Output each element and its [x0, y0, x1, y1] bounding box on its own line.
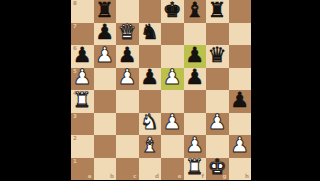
square-e6[interactable]: [161, 45, 184, 68]
square-a3[interactable]: 3: [71, 113, 94, 136]
coord-rank-3: 3: [73, 114, 77, 120]
square-g7[interactable]: [206, 23, 229, 46]
square-b2[interactable]: [94, 135, 117, 158]
white-knight-d3[interactable]: ♞: [140, 112, 159, 133]
chess-board: 8♜♚♝♜7♟♛♞6♟♟♟♟♛5♟♟♟♟♟4♜♟3♞♟♟2♝♟♟1abcdef♜…: [71, 0, 251, 180]
black-king-e8[interactable]: ♚: [163, 0, 182, 21]
square-f4[interactable]: [184, 90, 207, 113]
square-g5[interactable]: [206, 68, 229, 91]
square-f8[interactable]: ♝: [184, 0, 207, 23]
square-h4[interactable]: ♟: [229, 90, 252, 113]
black-queen-g6[interactable]: ♛: [208, 45, 227, 66]
square-c7[interactable]: ♛: [116, 23, 139, 46]
white-queen-c7[interactable]: ♛: [118, 22, 137, 43]
coord-file-e: e: [178, 174, 182, 180]
coord-rank-1: 1: [73, 159, 77, 165]
coord-rank-2: 2: [73, 136, 77, 142]
black-pawn-c6[interactable]: ♟: [118, 45, 137, 66]
white-pawn-f2[interactable]: ♟: [185, 135, 204, 156]
coord-file-a: a: [88, 174, 92, 180]
square-c1[interactable]: c: [116, 158, 139, 181]
square-d2[interactable]: ♝: [139, 135, 162, 158]
square-g1[interactable]: g♚: [206, 158, 229, 181]
coord-rank-7: 7: [73, 24, 77, 30]
square-g2[interactable]: [206, 135, 229, 158]
square-c6[interactable]: ♟: [116, 45, 139, 68]
video-frame: 8♜♚♝♜7♟♛♞6♟♟♟♟♛5♟♟♟♟♟4♜♟3♞♟♟2♝♟♟1abcdef♜…: [0, 0, 320, 180]
square-a2[interactable]: 2: [71, 135, 94, 158]
white-pawn-a5[interactable]: ♟: [73, 67, 92, 88]
square-f6[interactable]: ♟: [184, 45, 207, 68]
coord-file-b: b: [110, 174, 114, 180]
black-pawn-h4[interactable]: ♟: [230, 90, 249, 111]
square-h6[interactable]: [229, 45, 252, 68]
square-a5[interactable]: 5♟: [71, 68, 94, 91]
black-rook-b8[interactable]: ♜: [95, 0, 114, 21]
square-g6[interactable]: ♛: [206, 45, 229, 68]
square-e5[interactable]: ♟: [161, 68, 184, 91]
square-h5[interactable]: [229, 68, 252, 91]
square-b3[interactable]: [94, 113, 117, 136]
square-b1[interactable]: b: [94, 158, 117, 181]
square-b6[interactable]: ♟: [94, 45, 117, 68]
white-pawn-b6[interactable]: ♟: [95, 45, 114, 66]
square-e1[interactable]: e: [161, 158, 184, 181]
white-rook-f1[interactable]: ♜: [185, 157, 204, 178]
coord-rank-8: 8: [73, 1, 77, 7]
square-g8[interactable]: ♜: [206, 0, 229, 23]
square-a8[interactable]: 8: [71, 0, 94, 23]
black-knight-d7[interactable]: ♞: [140, 22, 159, 43]
square-b5[interactable]: [94, 68, 117, 91]
white-king-g1[interactable]: ♚: [208, 157, 227, 178]
square-c4[interactable]: [116, 90, 139, 113]
square-c2[interactable]: [116, 135, 139, 158]
square-f3[interactable]: [184, 113, 207, 136]
square-d8[interactable]: [139, 0, 162, 23]
square-a1[interactable]: 1a: [71, 158, 94, 181]
coord-file-c: c: [133, 174, 136, 180]
white-bishop-d2[interactable]: ♝: [140, 135, 159, 156]
square-e4[interactable]: [161, 90, 184, 113]
square-e8[interactable]: ♚: [161, 0, 184, 23]
square-f1[interactable]: f♜: [184, 158, 207, 181]
square-h8[interactable]: [229, 0, 252, 23]
square-g3[interactable]: ♟: [206, 113, 229, 136]
square-b4[interactable]: [94, 90, 117, 113]
square-d3[interactable]: ♞: [139, 113, 162, 136]
letterbox-right: [251, 0, 320, 180]
square-h2[interactable]: ♟: [229, 135, 252, 158]
square-b8[interactable]: ♜: [94, 0, 117, 23]
square-f2[interactable]: ♟: [184, 135, 207, 158]
square-c5[interactable]: ♟: [116, 68, 139, 91]
square-a6[interactable]: 6♟: [71, 45, 94, 68]
square-b7[interactable]: ♟: [94, 23, 117, 46]
letterbox-left: [0, 0, 71, 180]
black-pawn-b7[interactable]: ♟: [95, 22, 114, 43]
white-pawn-e5[interactable]: ♟: [163, 67, 182, 88]
square-e2[interactable]: [161, 135, 184, 158]
square-a7[interactable]: 7: [71, 23, 94, 46]
white-rook-a4[interactable]: ♜: [73, 90, 92, 111]
square-a4[interactable]: 4♜: [71, 90, 94, 113]
square-f5[interactable]: ♟: [184, 68, 207, 91]
square-e7[interactable]: [161, 23, 184, 46]
square-d7[interactable]: ♞: [139, 23, 162, 46]
white-pawn-e3[interactable]: ♟: [163, 112, 182, 133]
square-f7[interactable]: [184, 23, 207, 46]
black-bishop-f8[interactable]: ♝: [185, 0, 204, 21]
white-pawn-c5[interactable]: ♟: [118, 67, 137, 88]
black-pawn-a6[interactable]: ♟: [73, 45, 92, 66]
black-pawn-f5[interactable]: ♟: [185, 67, 204, 88]
square-h7[interactable]: [229, 23, 252, 46]
square-g4[interactable]: [206, 90, 229, 113]
white-pawn-g3[interactable]: ♟: [208, 112, 227, 133]
coord-file-h: h: [245, 174, 249, 180]
black-pawn-d5[interactable]: ♟: [140, 67, 159, 88]
black-pawn-f6[interactable]: ♟: [185, 45, 204, 66]
white-pawn-h2[interactable]: ♟: [230, 135, 249, 156]
square-h1[interactable]: h: [229, 158, 252, 181]
square-c3[interactable]: [116, 113, 139, 136]
square-e3[interactable]: ♟: [161, 113, 184, 136]
square-d1[interactable]: d: [139, 158, 162, 181]
square-h3[interactable]: [229, 113, 252, 136]
square-d4[interactable]: [139, 90, 162, 113]
coord-file-d: d: [155, 174, 159, 180]
black-rook-g8[interactable]: ♜: [208, 0, 227, 21]
square-d6[interactable]: [139, 45, 162, 68]
square-d5[interactable]: ♟: [139, 68, 162, 91]
square-c8[interactable]: [116, 0, 139, 23]
